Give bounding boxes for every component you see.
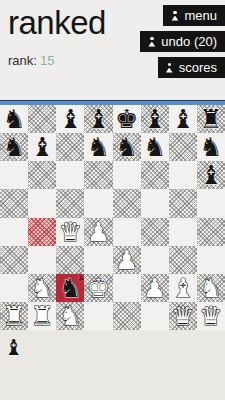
white-queen[interactable]: ♛: [59, 219, 82, 245]
white-pawn[interactable]: ♟: [115, 247, 138, 273]
square-h7[interactable]: ♞: [197, 133, 225, 161]
app-screen: ranked rank:15 menu undo (20) scores ♞♝♝…: [0, 0, 225, 400]
black-bishop[interactable]: ♝: [87, 106, 110, 132]
rank-line: rank:15: [8, 53, 54, 68]
square-d6[interactable]: [84, 161, 112, 189]
black-knight[interactable]: ♞: [115, 134, 138, 160]
header: ranked rank:15 menu undo (20) scores: [0, 0, 225, 100]
page-title: ranked: [8, 4, 106, 42]
rank-value: 15: [40, 53, 54, 68]
square-a5[interactable]: [0, 189, 28, 217]
square-d1[interactable]: [84, 302, 112, 330]
square-c3[interactable]: [56, 246, 84, 274]
square-g5[interactable]: [169, 189, 197, 217]
undo-button-label: undo (20): [161, 34, 217, 49]
square-e2[interactable]: [113, 274, 141, 302]
black-knight[interactable]: ♞: [2, 106, 25, 132]
square-f2[interactable]: ♟: [141, 274, 169, 302]
square-c6[interactable]: [56, 161, 84, 189]
square-a3[interactable]: [0, 246, 28, 274]
square-f3[interactable]: [141, 246, 169, 274]
captured-black-bishop: ♝: [4, 337, 24, 359]
square-h2[interactable]: ♞: [197, 274, 225, 302]
black-knight[interactable]: ♞: [2, 134, 25, 160]
square-h5[interactable]: [197, 189, 225, 217]
square-d5[interactable]: [84, 189, 112, 217]
square-e4[interactable]: [113, 218, 141, 246]
square-h1[interactable]: ♛: [197, 302, 225, 330]
square-d2[interactable]: ♚: [84, 274, 112, 302]
square-e5[interactable]: [113, 189, 141, 217]
black-bishop[interactable]: ♝: [143, 106, 166, 132]
square-h8[interactable]: ♜: [197, 105, 225, 133]
white-queen[interactable]: ♛: [199, 303, 222, 329]
square-f6[interactable]: [141, 161, 169, 189]
square-b1[interactable]: ♜: [28, 302, 56, 330]
white-king[interactable]: ♚: [87, 275, 110, 301]
square-g4[interactable]: [169, 218, 197, 246]
square-c4[interactable]: ♛: [56, 218, 84, 246]
black-bishop[interactable]: ♝: [31, 134, 54, 160]
black-bishop[interactable]: ♝: [199, 162, 222, 188]
square-e1[interactable]: [113, 302, 141, 330]
square-c5[interactable]: [56, 189, 84, 217]
square-d4[interactable]: ♟: [84, 218, 112, 246]
square-a1[interactable]: ♜: [0, 302, 28, 330]
white-knight[interactable]: ♞: [199, 275, 222, 301]
white-queen[interactable]: ♛: [171, 303, 194, 329]
square-b6[interactable]: [28, 161, 56, 189]
square-a7[interactable]: ♞: [0, 133, 28, 161]
square-a6[interactable]: [0, 161, 28, 189]
square-a2[interactable]: [0, 274, 28, 302]
black-bishop[interactable]: ♝: [59, 106, 82, 132]
square-f8[interactable]: ♝: [141, 105, 169, 133]
square-c7[interactable]: [56, 133, 84, 161]
square-c2[interactable]: ♞♟: [56, 274, 84, 302]
square-c8[interactable]: ♝: [56, 105, 84, 133]
square-b7[interactable]: ♝: [28, 133, 56, 161]
white-pawn[interactable]: ♟: [143, 275, 166, 301]
square-b8[interactable]: [28, 105, 56, 133]
square-d7[interactable]: ♞: [84, 133, 112, 161]
square-b2[interactable]: ♞: [28, 274, 56, 302]
square-b4[interactable]: [28, 218, 56, 246]
square-e7[interactable]: ♞: [113, 133, 141, 161]
person-icon: [170, 11, 179, 21]
square-f1[interactable]: [141, 302, 169, 330]
header-buttons: menu undo (20) scores: [140, 5, 225, 78]
black-bishop[interactable]: ♝: [171, 106, 194, 132]
black-knight[interactable]: ♞: [143, 134, 166, 160]
white-rook[interactable]: ♜: [31, 303, 54, 329]
square-h6[interactable]: ♝: [197, 161, 225, 189]
square-h3[interactable]: [197, 246, 225, 274]
white-knight[interactable]: ♞: [31, 275, 54, 301]
person-icon: [165, 63, 174, 73]
square-c1[interactable]: ♞: [56, 302, 84, 330]
square-h4[interactable]: [197, 218, 225, 246]
square-g6[interactable]: [169, 161, 197, 189]
undo-button[interactable]: undo (20): [140, 31, 225, 52]
chess-board: ♞♝♝♚♝♝♜♞♝♞♞♞♞♝♛♟♟♞♞♟♚♟♝♞♜♜♞♛♛: [0, 105, 225, 330]
square-g3[interactable]: [169, 246, 197, 274]
square-b5[interactable]: [28, 189, 56, 217]
square-g8[interactable]: ♝: [169, 105, 197, 133]
captured-pieces-tray: ♝: [0, 330, 225, 400]
square-d8[interactable]: ♝: [84, 105, 112, 133]
square-e8[interactable]: ♚: [113, 105, 141, 133]
white-pawn[interactable]: ♟: [87, 219, 110, 245]
black-knight[interactable]: ♞: [87, 134, 110, 160]
square-b3[interactable]: [28, 246, 56, 274]
black-rook[interactable]: ♜: [199, 106, 222, 132]
square-a8[interactable]: ♞: [0, 105, 28, 133]
white-knight[interactable]: ♞: [59, 303, 82, 329]
square-e3[interactable]: ♟: [113, 246, 141, 274]
square-e6[interactable]: [113, 161, 141, 189]
square-g1[interactable]: ♛: [169, 302, 197, 330]
white-bishop[interactable]: ♝: [171, 275, 194, 301]
menu-button-label: menu: [184, 8, 217, 23]
square-g2[interactable]: ♝: [169, 274, 197, 302]
square-d3[interactable]: [84, 246, 112, 274]
square-g7[interactable]: [169, 133, 197, 161]
scores-button-label: scores: [179, 60, 217, 75]
person-icon: [147, 37, 156, 47]
square-a4[interactable]: [0, 218, 28, 246]
square-f7[interactable]: ♞: [141, 133, 169, 161]
square-f4[interactable]: [141, 218, 169, 246]
black-king[interactable]: ♚: [115, 106, 138, 132]
black-knight[interactable]: ♞: [199, 134, 222, 160]
square-f5[interactable]: [141, 189, 169, 217]
scores-button[interactable]: scores: [158, 57, 225, 78]
rank-label: rank:: [8, 53, 37, 68]
white-rook[interactable]: ♜: [2, 303, 25, 329]
menu-button[interactable]: menu: [163, 5, 225, 26]
